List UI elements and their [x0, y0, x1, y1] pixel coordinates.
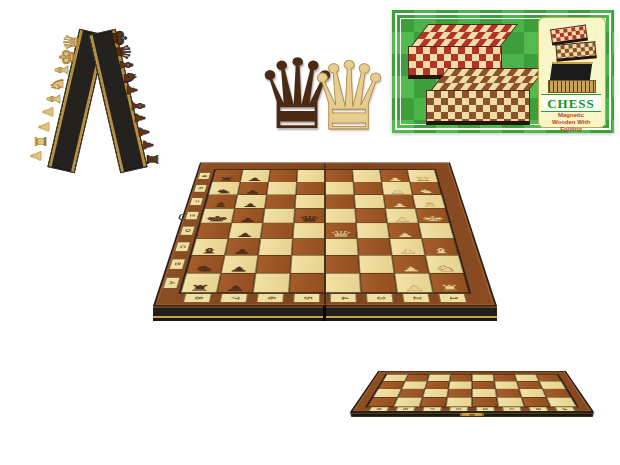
rank-label: 6: [256, 294, 284, 303]
black-r-piece: ♜: [212, 173, 242, 182]
closed-board-square: [536, 374, 561, 381]
closed-file-label: C: [502, 407, 522, 411]
file-label: A: [163, 277, 181, 288]
white-k-piece: ♚: [416, 212, 449, 222]
closeup-light-queen: ♛: [307, 50, 391, 144]
box-subtitles: Magnetic Wooden With Folding: [541, 112, 601, 133]
black-p-piece: ♟: [217, 278, 255, 292]
closed-board-square: [446, 397, 472, 406]
board-square: [357, 239, 392, 256]
black-p-piece: ♟: [238, 185, 268, 194]
board-square: [289, 273, 325, 292]
rank-label-text: 5: [302, 297, 312, 300]
white-p-piece: ♟: [395, 278, 433, 292]
closed-file-label: E: [449, 407, 468, 411]
board-square: [325, 182, 354, 195]
closed-file-label-text: C: [508, 408, 515, 410]
closed-board-square: [420, 397, 448, 406]
rank-label: 5: [293, 294, 320, 303]
closed-file-label-text: G: [402, 408, 410, 410]
board-square: [325, 208, 356, 223]
board-square: [325, 195, 355, 209]
closed-file-label: A: [555, 407, 576, 411]
rank-label: 3: [366, 294, 394, 303]
white-p-piece: ♟: [390, 243, 425, 255]
brass-clasp-icon: [460, 413, 485, 417]
folded-board: ♛♚♝♞♝♟♟♜♟♚♛♝♞♟♝♟♟♟♜: [18, 24, 188, 176]
box-art-brown-front: [426, 90, 530, 125]
board-square: [354, 195, 385, 209]
board-square: [418, 223, 454, 239]
rank-label: 4: [330, 294, 357, 303]
folded-light-n-piece: ♞: [49, 77, 66, 92]
folded-light-p-piece: ♟: [29, 150, 43, 163]
white-p-piece: ♟: [382, 185, 412, 194]
board-square: [356, 223, 389, 239]
closed-board-grid: [367, 374, 577, 406]
folded-light-b-piece: ♝: [53, 62, 71, 78]
black-n-piece: ♞: [208, 185, 239, 194]
file-label-text: A: [167, 281, 177, 284]
box-title-band: CHESS: [541, 94, 601, 112]
white-n-piece: ♞: [426, 260, 463, 273]
closed-board-square: [398, 389, 425, 397]
black-n-piece: ♞: [186, 260, 223, 273]
file-label-text: B: [173, 262, 182, 265]
board-square: [325, 170, 353, 182]
folded-light-p-piece: ♟: [41, 106, 55, 119]
white-p-piece: ♟: [386, 212, 419, 222]
closed-board-square: [450, 374, 472, 381]
closed-board-square: [402, 381, 428, 389]
board-square: [296, 182, 325, 195]
closed-board-square: [405, 374, 429, 381]
rank-label-text: 3: [375, 297, 385, 300]
board-square: [292, 239, 325, 256]
white-p-piece: ♟: [380, 173, 409, 182]
board-square: [196, 223, 232, 239]
product-box: CHESS Magnetic Wooden With Folding: [392, 10, 614, 133]
black-q-piece: ♛: [294, 212, 325, 222]
board-square: [352, 170, 381, 182]
closed-board-square: [447, 389, 472, 397]
box-title: CHESS: [547, 97, 595, 110]
box-subtitle-2: Wooden With Folding: [541, 119, 601, 133]
file-label-text: G: [197, 187, 205, 189]
file-label: E: [185, 211, 200, 219]
closed-file-label: G: [395, 407, 415, 411]
closed-board-square: [546, 397, 576, 406]
folded-light-r-piece: ♜: [33, 135, 48, 148]
board-square: [353, 182, 383, 195]
white-b-piece: ♝: [423, 243, 459, 255]
black-k-piece: ♚: [201, 212, 234, 222]
closed-board-square: [472, 381, 495, 389]
closed-board-square: [393, 397, 422, 406]
box-subtitle-1: Magnetic: [541, 112, 601, 119]
closed-file-label-text: H: [375, 408, 383, 410]
board-square: [358, 255, 394, 273]
board-square: [325, 239, 358, 256]
closed-board-square: [495, 389, 521, 397]
board-side-edge: [153, 306, 497, 321]
white-b-piece: ♝: [413, 198, 445, 208]
white-p-piece: ♟: [384, 198, 415, 208]
black-p-piece: ♟: [240, 173, 269, 182]
white-p-piece: ♟: [388, 227, 422, 238]
closed-file-label: F: [422, 407, 442, 411]
white-p-piece: ♟: [392, 260, 428, 273]
board-square: [325, 255, 360, 273]
box-art-open-case-base: [548, 80, 596, 93]
file-label: H: [198, 173, 211, 180]
file-label: B: [169, 259, 186, 269]
closed-board-square: [542, 389, 571, 397]
closed-file-label-text: B: [535, 408, 543, 410]
rank-label-text: 8: [192, 297, 203, 300]
white-n-piece: ♞: [410, 185, 441, 194]
rank-label-text: 4: [338, 297, 348, 300]
file-label: F: [189, 198, 203, 206]
folded-dark-p-piece: ♟: [137, 125, 151, 138]
black-p-piece: ♟: [232, 212, 265, 222]
file-label: C: [174, 242, 190, 251]
closed-file-label-text: F: [429, 408, 436, 410]
black-p-piece: ♟: [225, 243, 260, 255]
rank-label: 1: [438, 294, 467, 303]
file-label: D: [180, 226, 196, 235]
board-square: [267, 182, 297, 195]
black-r-piece: ♜: [181, 278, 220, 292]
folded-light-p-piece: ♟: [37, 120, 51, 133]
rank-label: 7: [220, 294, 248, 303]
closed-file-label: D: [476, 407, 495, 411]
board-square: [290, 255, 325, 273]
board-square: [360, 273, 397, 292]
closed-file-label-text: D: [482, 408, 489, 410]
closed-board-face: HGFEDCBA: [350, 371, 594, 412]
rank-label-text: 7: [229, 297, 239, 300]
closed-board-square: [494, 381, 519, 389]
closed-file-label: H: [368, 407, 389, 411]
board-square: [263, 208, 295, 223]
file-label-text: E: [188, 214, 196, 216]
folded-dark-r-piece: ♜: [145, 153, 160, 166]
rank-label: 2: [402, 294, 430, 303]
board-square: [261, 223, 294, 239]
closed-board-square: [472, 389, 497, 397]
box-art-closed-board-brown: [555, 41, 596, 61]
board-square: [258, 239, 293, 256]
black-p-piece: ♟: [228, 227, 262, 238]
board-square: [256, 255, 292, 273]
closed-board-square: [497, 397, 525, 406]
closed-file-label: B: [528, 407, 548, 411]
scene: { "game": "chess", "scene_description": …: [0, 0, 620, 465]
black-b-piece: ♝: [191, 243, 227, 255]
rank-label-text: 1: [447, 297, 458, 300]
closed-chess-board: HGFEDCBA: [350, 371, 594, 412]
white-r-piece: ♜: [408, 173, 438, 182]
black-p-piece: ♟: [235, 198, 266, 208]
file-label: G: [193, 185, 207, 192]
board-face: 87654321HGFEDCBA ♜♞♝♚♝♞♜♟♟♟♟♟♟♟♟♛♛♟♟♟♟♟♟…: [153, 163, 497, 306]
black-p-piece: ♟: [221, 260, 257, 273]
closed-board-square: [422, 389, 448, 397]
board-square: [295, 195, 325, 209]
closed-board-square: [425, 381, 450, 389]
rank-label-text: 2: [411, 297, 421, 300]
closed-board-square: [427, 374, 450, 381]
board-square: [268, 170, 297, 182]
closed-board-square: [493, 374, 516, 381]
board-square: [297, 170, 325, 182]
board-square: [355, 208, 387, 223]
folded-dark-p-piece: ♟: [133, 112, 147, 125]
open-chess-board: 87654321HGFEDCBA ♜♞♝♚♝♞♜♟♟♟♟♟♟♟♟♛♛♟♟♟♟♟♟…: [153, 163, 497, 306]
closed-board-square: [472, 397, 498, 406]
file-label-text: D: [183, 229, 192, 232]
closed-board-square: [539, 381, 566, 389]
box-art-open-case-lid: [550, 62, 593, 82]
board-square: [293, 223, 325, 239]
rank-label-text: 6: [265, 297, 275, 300]
white-q-piece: ♛: [325, 227, 357, 238]
closed-board-side: [346, 412, 597, 417]
rank-label: 8: [183, 294, 212, 303]
file-label-text: H: [201, 175, 208, 177]
black-b-piece: ♝: [205, 198, 237, 208]
box-side-panel: CHESS Magnetic Wooden With Folding: [538, 17, 606, 128]
file-label-text: C: [178, 245, 187, 248]
closed-board-square: [449, 381, 472, 389]
file-label-text: F: [193, 200, 201, 202]
closed-file-label-text: E: [455, 408, 462, 410]
board-square: [325, 273, 361, 292]
folded-dark-p-piece: ♟: [125, 84, 139, 97]
board-square: [253, 273, 290, 292]
closed-board-square: [472, 374, 494, 381]
board-square: [265, 195, 296, 209]
closed-file-label-text: A: [561, 408, 569, 410]
folded-dark-p-piece: ♟: [141, 139, 155, 152]
white-r-piece: ♜: [430, 278, 469, 292]
